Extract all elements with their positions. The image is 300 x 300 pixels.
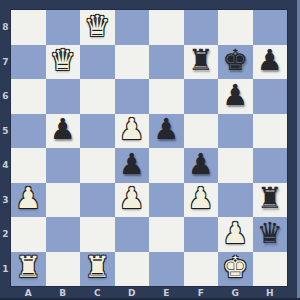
rank-label-2: 2 bbox=[0, 217, 11, 252]
square-g1[interactable]: ♚ bbox=[218, 252, 253, 287]
piece-white-pawn[interactable]: ♟ bbox=[188, 184, 214, 213]
rank-label-8: 8 bbox=[0, 10, 11, 45]
piece-white-pawn[interactable]: ♟ bbox=[15, 184, 41, 213]
square-b8[interactable] bbox=[46, 10, 81, 45]
square-e3[interactable] bbox=[149, 183, 184, 218]
piece-white-king[interactable]: ♚ bbox=[222, 253, 248, 282]
square-c3[interactable] bbox=[80, 183, 115, 218]
square-e8[interactable] bbox=[149, 10, 184, 45]
square-e7[interactable] bbox=[149, 45, 184, 80]
rank-label-6: 6 bbox=[0, 79, 11, 114]
square-b5[interactable]: ♟ bbox=[46, 114, 81, 149]
square-f6[interactable] bbox=[184, 79, 219, 114]
square-f7[interactable]: ♜ bbox=[184, 45, 219, 80]
square-d2[interactable] bbox=[115, 217, 150, 252]
square-g8[interactable] bbox=[218, 10, 253, 45]
square-d4[interactable]: ♟ bbox=[115, 148, 150, 183]
chess-board-frame: ♛♛♜♚♟♟♟♟♟♟♟♟♟♟♜♟♛♜♜♚ 87654321ABCDEFGH bbox=[0, 0, 300, 300]
piece-black-pawn[interactable]: ♟ bbox=[119, 150, 145, 179]
piece-white-queen[interactable]: ♛ bbox=[84, 12, 110, 41]
square-h3[interactable]: ♜ bbox=[253, 183, 288, 218]
square-e6[interactable] bbox=[149, 79, 184, 114]
square-e5[interactable]: ♟ bbox=[149, 114, 184, 149]
piece-black-pawn[interactable]: ♟ bbox=[257, 46, 283, 75]
square-a4[interactable] bbox=[11, 148, 46, 183]
square-a1[interactable]: ♜ bbox=[11, 252, 46, 287]
square-c7[interactable] bbox=[80, 45, 115, 80]
square-g2[interactable]: ♟ bbox=[218, 217, 253, 252]
square-h8[interactable] bbox=[253, 10, 288, 45]
square-c2[interactable] bbox=[80, 217, 115, 252]
frame-bevel-right bbox=[297, 0, 300, 300]
square-b4[interactable] bbox=[46, 148, 81, 183]
square-h6[interactable] bbox=[253, 79, 288, 114]
square-h7[interactable]: ♟ bbox=[253, 45, 288, 80]
square-b6[interactable] bbox=[46, 79, 81, 114]
piece-black-pawn[interactable]: ♟ bbox=[222, 81, 248, 110]
square-d1[interactable] bbox=[115, 252, 150, 287]
rank-label-1: 1 bbox=[0, 252, 11, 287]
square-f5[interactable] bbox=[184, 114, 219, 149]
square-b3[interactable] bbox=[46, 183, 81, 218]
square-h4[interactable] bbox=[253, 148, 288, 183]
square-h2[interactable]: ♛ bbox=[253, 217, 288, 252]
square-c1[interactable]: ♜ bbox=[80, 252, 115, 287]
piece-black-pawn[interactable]: ♟ bbox=[153, 115, 179, 144]
square-a3[interactable]: ♟ bbox=[11, 183, 46, 218]
square-c6[interactable] bbox=[80, 79, 115, 114]
piece-white-pawn[interactable]: ♟ bbox=[119, 184, 145, 213]
square-b7[interactable]: ♛ bbox=[46, 45, 81, 80]
square-g7[interactable]: ♚ bbox=[218, 45, 253, 80]
square-b2[interactable] bbox=[46, 217, 81, 252]
square-e2[interactable] bbox=[149, 217, 184, 252]
square-f3[interactable]: ♟ bbox=[184, 183, 219, 218]
square-a2[interactable] bbox=[11, 217, 46, 252]
rank-label-5: 5 bbox=[0, 114, 11, 149]
square-a7[interactable] bbox=[11, 45, 46, 80]
square-e1[interactable] bbox=[149, 252, 184, 287]
square-d8[interactable] bbox=[115, 10, 150, 45]
piece-black-pawn[interactable]: ♟ bbox=[50, 115, 76, 144]
piece-black-king[interactable]: ♚ bbox=[222, 46, 248, 75]
piece-black-rook[interactable]: ♜ bbox=[188, 46, 214, 75]
piece-white-pawn[interactable]: ♟ bbox=[119, 115, 145, 144]
rank-label-3: 3 bbox=[0, 183, 11, 218]
piece-black-queen[interactable]: ♛ bbox=[257, 219, 283, 248]
square-d3[interactable]: ♟ bbox=[115, 183, 150, 218]
piece-white-rook[interactable]: ♜ bbox=[15, 253, 41, 282]
rank-label-7: 7 bbox=[0, 45, 11, 80]
square-g5[interactable] bbox=[218, 114, 253, 149]
square-f4[interactable]: ♟ bbox=[184, 148, 219, 183]
square-c4[interactable] bbox=[80, 148, 115, 183]
square-d6[interactable] bbox=[115, 79, 150, 114]
square-d5[interactable]: ♟ bbox=[115, 114, 150, 149]
square-g4[interactable] bbox=[218, 148, 253, 183]
square-b1[interactable] bbox=[46, 252, 81, 287]
square-a5[interactable] bbox=[11, 114, 46, 149]
square-f1[interactable] bbox=[184, 252, 219, 287]
square-g6[interactable]: ♟ bbox=[218, 79, 253, 114]
square-c8[interactable]: ♛ bbox=[80, 10, 115, 45]
chess-board: ♛♛♜♚♟♟♟♟♟♟♟♟♟♟♜♟♛♜♜♚ bbox=[11, 10, 287, 286]
square-e4[interactable] bbox=[149, 148, 184, 183]
square-a8[interactable] bbox=[11, 10, 46, 45]
square-h5[interactable] bbox=[253, 114, 288, 149]
piece-black-pawn[interactable]: ♟ bbox=[188, 150, 214, 179]
rank-label-4: 4 bbox=[0, 148, 11, 183]
piece-white-queen[interactable]: ♛ bbox=[50, 46, 76, 75]
square-h1[interactable] bbox=[253, 252, 288, 287]
piece-white-pawn[interactable]: ♟ bbox=[222, 219, 248, 248]
square-c5[interactable] bbox=[80, 114, 115, 149]
piece-white-rook[interactable]: ♜ bbox=[84, 253, 110, 282]
square-a6[interactable] bbox=[11, 79, 46, 114]
square-d7[interactable] bbox=[115, 45, 150, 80]
piece-black-rook[interactable]: ♜ bbox=[257, 184, 283, 213]
square-f8[interactable] bbox=[184, 10, 219, 45]
square-g3[interactable] bbox=[218, 183, 253, 218]
square-f2[interactable] bbox=[184, 217, 219, 252]
